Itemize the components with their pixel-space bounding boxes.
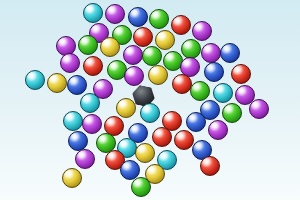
bubble-red[interactable] [83, 56, 103, 76]
bubble-yellow[interactable] [100, 37, 120, 57]
bubble-red[interactable] [200, 156, 220, 176]
bubble-green[interactable] [142, 46, 162, 66]
bubble-green[interactable] [190, 81, 210, 101]
bubble-blue[interactable] [128, 7, 148, 27]
bubble-blue[interactable] [220, 43, 240, 63]
bubble-red[interactable] [133, 27, 153, 47]
bubble-red[interactable] [231, 64, 251, 84]
bubble-yellow[interactable] [135, 143, 155, 163]
bubble-magenta[interactable] [208, 120, 228, 140]
bubble-green[interactable] [78, 35, 98, 55]
bubble-magenta[interactable] [124, 66, 144, 86]
bubble-cyan[interactable] [63, 111, 83, 131]
bubble-magenta[interactable] [105, 4, 125, 24]
bubble-green[interactable] [181, 39, 201, 59]
bubble-magenta[interactable] [192, 21, 212, 41]
bubble-blue[interactable] [67, 75, 87, 95]
bubble-blue[interactable] [204, 62, 224, 82]
bubble-green[interactable] [149, 9, 169, 29]
bubble-magenta[interactable] [201, 43, 221, 63]
bubble-red[interactable] [171, 15, 191, 35]
bubble-green[interactable] [131, 177, 151, 197]
bubble-cyan[interactable] [25, 70, 45, 90]
bubble-cyan[interactable] [213, 83, 233, 103]
bubble-red[interactable] [174, 130, 194, 150]
bubble-magenta[interactable] [75, 149, 95, 169]
bubble-blue[interactable] [68, 131, 88, 151]
bubble-blue[interactable] [186, 112, 206, 132]
bubble-cyan[interactable] [140, 103, 160, 123]
bubble-red[interactable] [172, 74, 192, 94]
bubble-magenta[interactable] [82, 114, 102, 134]
bubble-yellow[interactable] [148, 65, 168, 85]
bubble-cyan[interactable] [80, 93, 100, 113]
bubble-red[interactable] [152, 127, 172, 147]
bubble-green[interactable] [222, 103, 242, 123]
bubble-yellow[interactable] [62, 168, 82, 188]
bubble-yellow[interactable] [116, 98, 136, 118]
bubble-yellow[interactable] [47, 73, 67, 93]
bubble-cyan[interactable] [83, 3, 103, 23]
bubble-magenta[interactable] [123, 45, 143, 65]
game-board[interactable] [0, 0, 300, 200]
bubble-magenta[interactable] [249, 99, 269, 119]
bubble-magenta[interactable] [60, 53, 80, 73]
